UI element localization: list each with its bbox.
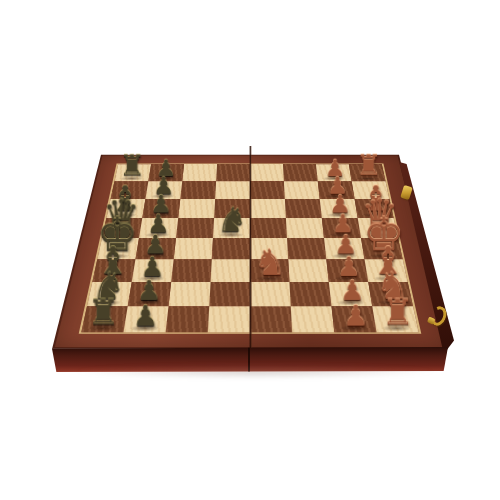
- square-b6[interactable]: [284, 181, 320, 199]
- square-b4[interactable]: [215, 181, 250, 199]
- square-f4[interactable]: [211, 259, 250, 282]
- square-h6[interactable]: [291, 306, 335, 332]
- square-g3[interactable]: [169, 282, 211, 306]
- board-ground-shadow: [70, 364, 440, 379]
- square-e3[interactable]: [174, 238, 213, 259]
- square-f3[interactable]: [171, 259, 212, 282]
- brass-rook: ♜: [119, 151, 144, 179]
- square-d4[interactable]: ♞: [213, 218, 250, 238]
- square-g4[interactable]: [209, 282, 250, 306]
- square-a4[interactable]: [216, 164, 250, 181]
- square-b3[interactable]: [180, 181, 216, 199]
- board-fold-seam: [248, 146, 252, 364]
- copper-pawn: ♟: [342, 302, 367, 330]
- square-d5[interactable]: [250, 218, 287, 238]
- square-h4[interactable]: [208, 306, 250, 332]
- square-h5[interactable]: [250, 306, 292, 332]
- square-g6[interactable]: [289, 282, 331, 306]
- brass-pawn: ♟: [132, 302, 157, 330]
- square-b5[interactable]: [250, 181, 285, 199]
- square-d3[interactable]: [176, 218, 214, 238]
- copper-knight: ♞: [253, 244, 285, 280]
- square-c6[interactable]: [285, 199, 322, 218]
- square-h8[interactable]: ♜: [372, 306, 418, 332]
- square-a3[interactable]: [182, 164, 217, 181]
- product-photo: ♜♟♟♜♟♟♝♟♟♝♛♟♞♟♛♚♟♟♚♝♟♞♟♝♞♟♟♞♜♟♟♜: [0, 0, 500, 500]
- copper-rook: ♜: [381, 295, 413, 330]
- square-f6[interactable]: [288, 259, 329, 282]
- square-c5[interactable]: [250, 199, 286, 218]
- square-d6[interactable]: [286, 218, 324, 238]
- square-h7[interactable]: ♟: [331, 306, 376, 332]
- chess-board: ♜♟♟♜♟♟♝♟♟♝♛♟♞♟♛♚♟♟♚♝♟♞♟♝♞♟♟♞♜♟♟♜: [52, 155, 448, 349]
- copper-rook: ♜: [356, 151, 381, 179]
- square-h2[interactable]: ♟: [123, 306, 168, 332]
- square-f5[interactable]: ♞: [250, 259, 289, 282]
- square-e4[interactable]: [212, 238, 250, 259]
- square-a6[interactable]: [283, 164, 318, 181]
- square-h3[interactable]: [166, 306, 210, 332]
- square-e6[interactable]: [287, 238, 326, 259]
- square-h1[interactable]: ♜: [81, 306, 127, 332]
- square-a5[interactable]: [250, 164, 284, 181]
- brass-rook: ♜: [87, 295, 119, 330]
- brass-knight: ♞: [216, 202, 246, 236]
- square-c3[interactable]: [178, 199, 215, 218]
- square-g5[interactable]: [250, 282, 291, 306]
